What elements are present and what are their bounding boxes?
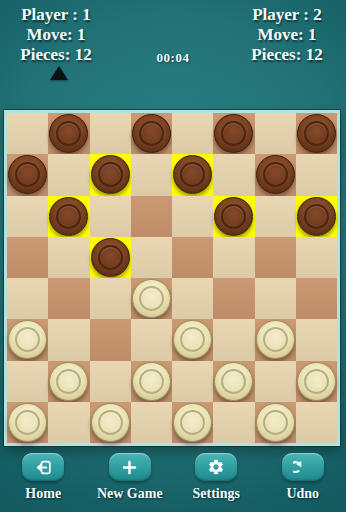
toolbar: Home New Game Settings xyxy=(0,453,346,502)
board-square-r6c2[interactable] xyxy=(90,361,131,402)
player1-stats: Player : 1 Move: 1 Pieces: 12 xyxy=(0,5,116,65)
board-square-r0c0[interactable] xyxy=(7,113,48,154)
tool-new-game: New Game xyxy=(87,453,174,502)
board-square-r4c3[interactable] xyxy=(131,278,172,319)
board-square-r4c1[interactable] xyxy=(48,278,89,319)
light-checker-piece[interactable] xyxy=(91,403,130,442)
board-square-r6c7[interactable] xyxy=(296,361,337,402)
checker-piece-inner-ring xyxy=(56,204,81,229)
new-game-button[interactable] xyxy=(109,453,151,481)
dark-checker-piece[interactable] xyxy=(49,114,88,153)
player2-stats: Player : 2 Move: 1 Pieces: 12 xyxy=(227,5,346,65)
board-square-r1c3[interactable] xyxy=(131,154,172,195)
board-square-r6c3[interactable] xyxy=(131,361,172,402)
turn-indicator-triangle xyxy=(50,66,68,80)
tool-home: Home xyxy=(0,453,87,502)
light-checker-piece[interactable] xyxy=(214,362,253,401)
dark-checker-piece[interactable] xyxy=(132,114,171,153)
board-square-r4c6[interactable] xyxy=(255,278,296,319)
checker-piece-inner-ring xyxy=(98,410,123,435)
checker-piece-inner-ring xyxy=(263,327,288,352)
board-square-r2c2[interactable] xyxy=(90,196,131,237)
checker-piece-inner-ring xyxy=(263,162,288,187)
board-square-r1c4[interactable] xyxy=(172,154,213,195)
tool-settings: Settings xyxy=(173,453,260,502)
light-checker-piece[interactable] xyxy=(49,362,88,401)
board-square-r1c7[interactable] xyxy=(296,154,337,195)
gear-icon xyxy=(207,458,225,476)
home-button[interactable] xyxy=(22,453,64,481)
board-square-r2c0[interactable] xyxy=(7,196,48,237)
board-square-r7c5[interactable] xyxy=(213,402,254,443)
checker-piece-inner-ring xyxy=(304,369,329,394)
player1-label: Player : 1 xyxy=(0,5,116,25)
home-exit-icon xyxy=(34,458,53,477)
checker-piece-inner-ring xyxy=(263,410,288,435)
checker-piece-inner-ring xyxy=(180,327,205,352)
board-square-r0c5[interactable] xyxy=(213,113,254,154)
checkers-board xyxy=(4,110,340,446)
board-square-r5c1[interactable] xyxy=(48,319,89,360)
home-button-label: Home xyxy=(25,486,61,502)
board-square-r3c0[interactable] xyxy=(7,237,48,278)
checker-piece-inner-ring xyxy=(221,369,246,394)
board-square-r7c1[interactable] xyxy=(48,402,89,443)
dark-checker-piece[interactable] xyxy=(297,114,336,153)
tool-undo: Udno xyxy=(260,453,346,502)
board-square-r0c2[interactable] xyxy=(90,113,131,154)
board-square-r0c3[interactable] xyxy=(131,113,172,154)
player1-move: Move: 1 xyxy=(0,25,116,45)
light-checker-piece[interactable] xyxy=(256,320,295,359)
dark-checker-piece[interactable] xyxy=(256,155,295,194)
board-square-r4c5[interactable] xyxy=(213,278,254,319)
dark-checker-piece[interactable] xyxy=(49,197,88,236)
board-square-r6c6[interactable] xyxy=(255,361,296,402)
checker-piece-inner-ring xyxy=(221,204,246,229)
board-square-r5c2[interactable] xyxy=(90,319,131,360)
board-square-r0c1[interactable] xyxy=(48,113,89,154)
checker-piece-inner-ring xyxy=(139,369,164,394)
board-square-r7c3[interactable] xyxy=(131,402,172,443)
plus-icon xyxy=(120,458,139,477)
settings-button[interactable] xyxy=(195,453,237,481)
player2-pieces: Pieces: 12 xyxy=(227,45,346,65)
checker-piece-inner-ring xyxy=(180,410,205,435)
board-square-r6c1[interactable] xyxy=(48,361,89,402)
undo-button[interactable] xyxy=(282,453,324,481)
board-square-r6c5[interactable] xyxy=(213,361,254,402)
checker-piece-inner-ring xyxy=(98,162,123,187)
checker-piece-inner-ring xyxy=(304,204,329,229)
undo-arrow-icon xyxy=(293,458,312,477)
new-game-button-label: New Game xyxy=(97,486,163,502)
board-square-r3c3[interactable] xyxy=(131,237,172,278)
board-square-r7c6[interactable] xyxy=(255,402,296,443)
board-square-r2c7[interactable] xyxy=(296,196,337,237)
board-square-r1c2[interactable] xyxy=(90,154,131,195)
light-checker-piece[interactable] xyxy=(173,320,212,359)
light-checker-piece[interactable] xyxy=(256,403,295,442)
dark-checker-piece[interactable] xyxy=(297,197,336,236)
checker-piece-inner-ring xyxy=(139,121,164,146)
undo-button-label: Udno xyxy=(286,486,319,502)
player1-pieces: Pieces: 12 xyxy=(0,45,116,65)
checker-piece-inner-ring xyxy=(15,410,40,435)
board-square-r5c4[interactable] xyxy=(172,319,213,360)
board-square-r4c7[interactable] xyxy=(296,278,337,319)
board-square-r6c0[interactable] xyxy=(7,361,48,402)
checker-piece-inner-ring xyxy=(304,121,329,146)
board-square-r0c4[interactable] xyxy=(172,113,213,154)
checker-piece-inner-ring xyxy=(56,369,81,394)
board-square-r3c1[interactable] xyxy=(48,237,89,278)
checker-piece-inner-ring xyxy=(15,162,40,187)
board-square-r1c5[interactable] xyxy=(213,154,254,195)
board-square-r5c5[interactable] xyxy=(213,319,254,360)
light-checker-piece[interactable] xyxy=(8,403,47,442)
board-square-r7c7[interactable] xyxy=(296,402,337,443)
player2-label: Player : 2 xyxy=(227,5,346,25)
board-square-r1c1[interactable] xyxy=(48,154,89,195)
dark-checker-piece[interactable] xyxy=(214,114,253,153)
board-square-r5c7[interactable] xyxy=(296,319,337,360)
board-square-r3c2[interactable] xyxy=(90,237,131,278)
board-square-r5c0[interactable] xyxy=(7,319,48,360)
checkers-app-screen: Player : 1 Move: 1 Pieces: 12 00:04 Play… xyxy=(0,0,346,512)
board-square-r0c7[interactable] xyxy=(296,113,337,154)
board-square-r7c2[interactable] xyxy=(90,402,131,443)
game-timer: 00:04 xyxy=(157,50,190,66)
light-checker-piece[interactable] xyxy=(297,362,336,401)
board-square-r0c6[interactable] xyxy=(255,113,296,154)
board-square-r5c6[interactable] xyxy=(255,319,296,360)
checker-piece-inner-ring xyxy=(15,327,40,352)
light-checker-piece[interactable] xyxy=(132,279,171,318)
light-checker-piece[interactable] xyxy=(132,362,171,401)
board-square-r3c5[interactable] xyxy=(213,237,254,278)
checker-piece-inner-ring xyxy=(139,286,164,311)
dark-checker-piece[interactable] xyxy=(91,155,130,194)
board-square-r3c4[interactable] xyxy=(172,237,213,278)
dark-checker-piece[interactable] xyxy=(91,238,130,277)
checker-piece-inner-ring xyxy=(56,121,81,146)
board-square-r2c1[interactable] xyxy=(48,196,89,237)
dark-checker-piece[interactable] xyxy=(214,197,253,236)
player2-move: Move: 1 xyxy=(227,25,346,45)
board-square-r2c3[interactable] xyxy=(131,196,172,237)
board-square-r5c3[interactable] xyxy=(131,319,172,360)
dark-checker-piece[interactable] xyxy=(8,155,47,194)
board-square-r3c6[interactable] xyxy=(255,237,296,278)
settings-button-label: Settings xyxy=(193,486,240,502)
board-square-r6c4[interactable] xyxy=(172,361,213,402)
board-square-r2c5[interactable] xyxy=(213,196,254,237)
board-square-r3c7[interactable] xyxy=(296,237,337,278)
dark-checker-piece[interactable] xyxy=(173,155,212,194)
board-square-r1c6[interactable] xyxy=(255,154,296,195)
board-square-r4c2[interactable] xyxy=(90,278,131,319)
checker-piece-inner-ring xyxy=(221,121,246,146)
board-square-r7c0[interactable] xyxy=(7,402,48,443)
checker-piece-inner-ring xyxy=(180,162,205,187)
board-square-r4c0[interactable] xyxy=(7,278,48,319)
light-checker-piece[interactable] xyxy=(8,320,47,359)
board-square-r4c4[interactable] xyxy=(172,278,213,319)
board-square-r2c4[interactable] xyxy=(172,196,213,237)
board-square-r2c6[interactable] xyxy=(255,196,296,237)
board-square-r1c0[interactable] xyxy=(7,154,48,195)
board-square-r7c4[interactable] xyxy=(172,402,213,443)
checker-piece-inner-ring xyxy=(98,245,123,270)
board-grid xyxy=(7,113,337,443)
light-checker-piece[interactable] xyxy=(173,403,212,442)
